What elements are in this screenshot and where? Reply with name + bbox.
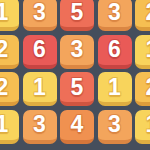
tile-value: 6: [108, 38, 121, 61]
tile-r2c2[interactable]: 6: [23, 35, 57, 69]
tile-value: 5: [71, 1, 84, 24]
tile-value: 2: [0, 76, 8, 99]
tile-value: 1: [108, 76, 121, 99]
tile-value: 5: [71, 76, 84, 99]
tile-r1c3[interactable]: 5: [60, 0, 94, 31]
tile-r1c1[interactable]: 1: [0, 0, 19, 31]
tile-r2c4[interactable]: 6: [98, 35, 132, 69]
tile-value: 1: [0, 1, 8, 24]
tile-r3c5[interactable]: 2: [135, 72, 150, 106]
tile-r4c2[interactable]: 3: [23, 110, 57, 144]
tile-r4c5[interactable]: 1: [135, 110, 150, 144]
tile-r3c1[interactable]: 2: [0, 72, 19, 106]
tile-value: 1: [146, 113, 150, 136]
tile-grid: 13532263612151213431: [0, 0, 150, 144]
tile-r2c3[interactable]: 3: [60, 35, 94, 69]
tile-value: 3: [108, 113, 121, 136]
tile-r2c5[interactable]: 1: [135, 35, 150, 69]
tile-r1c2[interactable]: 3: [23, 0, 57, 31]
tile-value: 3: [108, 1, 121, 24]
tile-value: 3: [71, 38, 84, 61]
tile-value: 3: [33, 1, 46, 24]
tile-value: 4: [71, 113, 84, 136]
tile-r1c5[interactable]: 2: [135, 0, 150, 31]
tile-value: 2: [146, 1, 150, 24]
tile-r4c1[interactable]: 1: [0, 110, 19, 144]
tile-value: 3: [33, 113, 46, 136]
tile-r4c4[interactable]: 3: [98, 110, 132, 144]
tile-r2c1[interactable]: 2: [0, 35, 19, 69]
tile-r3c2[interactable]: 1: [23, 72, 57, 106]
tile-value: 2: [0, 38, 8, 61]
tile-value: 1: [146, 38, 150, 61]
tile-value: 1: [0, 113, 8, 136]
tile-r1c4[interactable]: 3: [98, 0, 132, 31]
tile-r3c4[interactable]: 1: [98, 72, 132, 106]
tile-value: 2: [146, 76, 150, 99]
tile-r3c3[interactable]: 5: [60, 72, 94, 106]
tile-r4c3[interactable]: 4: [60, 110, 94, 144]
tile-value: 6: [33, 38, 46, 61]
tile-value: 1: [33, 76, 46, 99]
